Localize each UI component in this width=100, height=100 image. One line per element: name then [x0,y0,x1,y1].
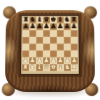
square-g4[interactable] [64,44,71,51]
piece-black-pawn-a7[interactable]: ♟ [23,23,29,30]
piece-black-pawn-c7[interactable]: ♟ [37,23,43,30]
square-d5[interactable] [43,37,50,44]
square-c5[interactable] [36,37,43,44]
square-f4[interactable] [57,44,64,51]
square-h7[interactable]: ♟ [71,23,78,30]
square-e1[interactable]: ♚ [50,64,57,71]
square-g1[interactable]: ♞ [64,64,71,71]
square-e7[interactable]: ♟ [50,23,57,30]
piece-black-pawn-h7[interactable]: ♟ [71,23,77,30]
square-a7[interactable]: ♟ [22,23,29,30]
square-e5[interactable] [50,37,57,44]
piece-white-bishop-f1[interactable]: ♝ [57,64,63,71]
piece-black-pawn-f7[interactable]: ♟ [57,23,63,30]
piece-white-rook-a1[interactable]: ♜ [22,64,28,71]
square-b1[interactable]: ♞ [29,64,36,71]
square-b7[interactable]: ♟ [29,23,36,30]
chess-table-photo: ♜♞♝♛♚♝♞♜♟♟♟♟♟♟♟♟♟♟♟♟♟♟♟♟♜♞♝♛♚♝♞♜ [0,0,100,100]
piece-black-pawn-g7[interactable]: ♟ [64,23,70,30]
square-e4[interactable] [50,44,57,51]
board-inlay-band: ♜♞♝♛♚♝♞♜♟♟♟♟♟♟♟♟♟♟♟♟♟♟♟♟♜♞♝♛♚♝♞♜ [20,15,80,75]
square-d7[interactable]: ♟ [43,23,50,30]
square-c7[interactable]: ♟ [36,23,43,30]
piece-white-king-e1[interactable]: ♚ [50,64,56,71]
square-h5[interactable] [71,37,78,44]
piece-white-knight-b1[interactable]: ♞ [29,64,35,71]
square-b4[interactable] [29,44,36,51]
piece-white-knight-g1[interactable]: ♞ [64,64,70,71]
square-c6[interactable] [36,30,43,37]
square-b6[interactable] [29,30,36,37]
square-h4[interactable] [71,44,78,51]
piece-white-queen-d1[interactable]: ♛ [43,64,49,71]
piece-black-pawn-d7[interactable]: ♟ [43,23,49,30]
square-f5[interactable] [57,37,64,44]
piece-white-rook-h1[interactable]: ♜ [71,64,77,71]
square-a4[interactable] [22,44,29,51]
square-a1[interactable]: ♜ [22,64,29,71]
piece-black-pawn-b7[interactable]: ♟ [30,23,36,30]
square-d4[interactable] [43,44,50,51]
square-a6[interactable] [22,30,29,37]
square-g7[interactable]: ♟ [64,23,71,30]
square-c4[interactable] [36,44,43,51]
piece-black-pawn-e7[interactable]: ♟ [50,23,56,30]
square-f7[interactable]: ♟ [57,23,64,30]
chessboard: ♜♞♝♛♚♝♞♜♟♟♟♟♟♟♟♟♟♟♟♟♟♟♟♟♜♞♝♛♚♝♞♜ [5,10,95,92]
square-e6[interactable] [50,30,57,37]
square-g6[interactable] [64,30,71,37]
square-d1[interactable]: ♛ [43,64,50,71]
piece-white-bishop-c1[interactable]: ♝ [36,64,42,71]
square-d6[interactable] [43,30,50,37]
square-f6[interactable] [57,30,64,37]
square-g5[interactable] [64,37,71,44]
square-f1[interactable]: ♝ [57,64,64,71]
square-h1[interactable]: ♜ [71,64,78,71]
board-grid: ♜♞♝♛♚♝♞♜♟♟♟♟♟♟♟♟♟♟♟♟♟♟♟♟♜♞♝♛♚♝♞♜ [22,17,78,71]
square-c1[interactable]: ♝ [36,64,43,71]
square-h6[interactable] [71,30,78,37]
square-b5[interactable] [29,37,36,44]
